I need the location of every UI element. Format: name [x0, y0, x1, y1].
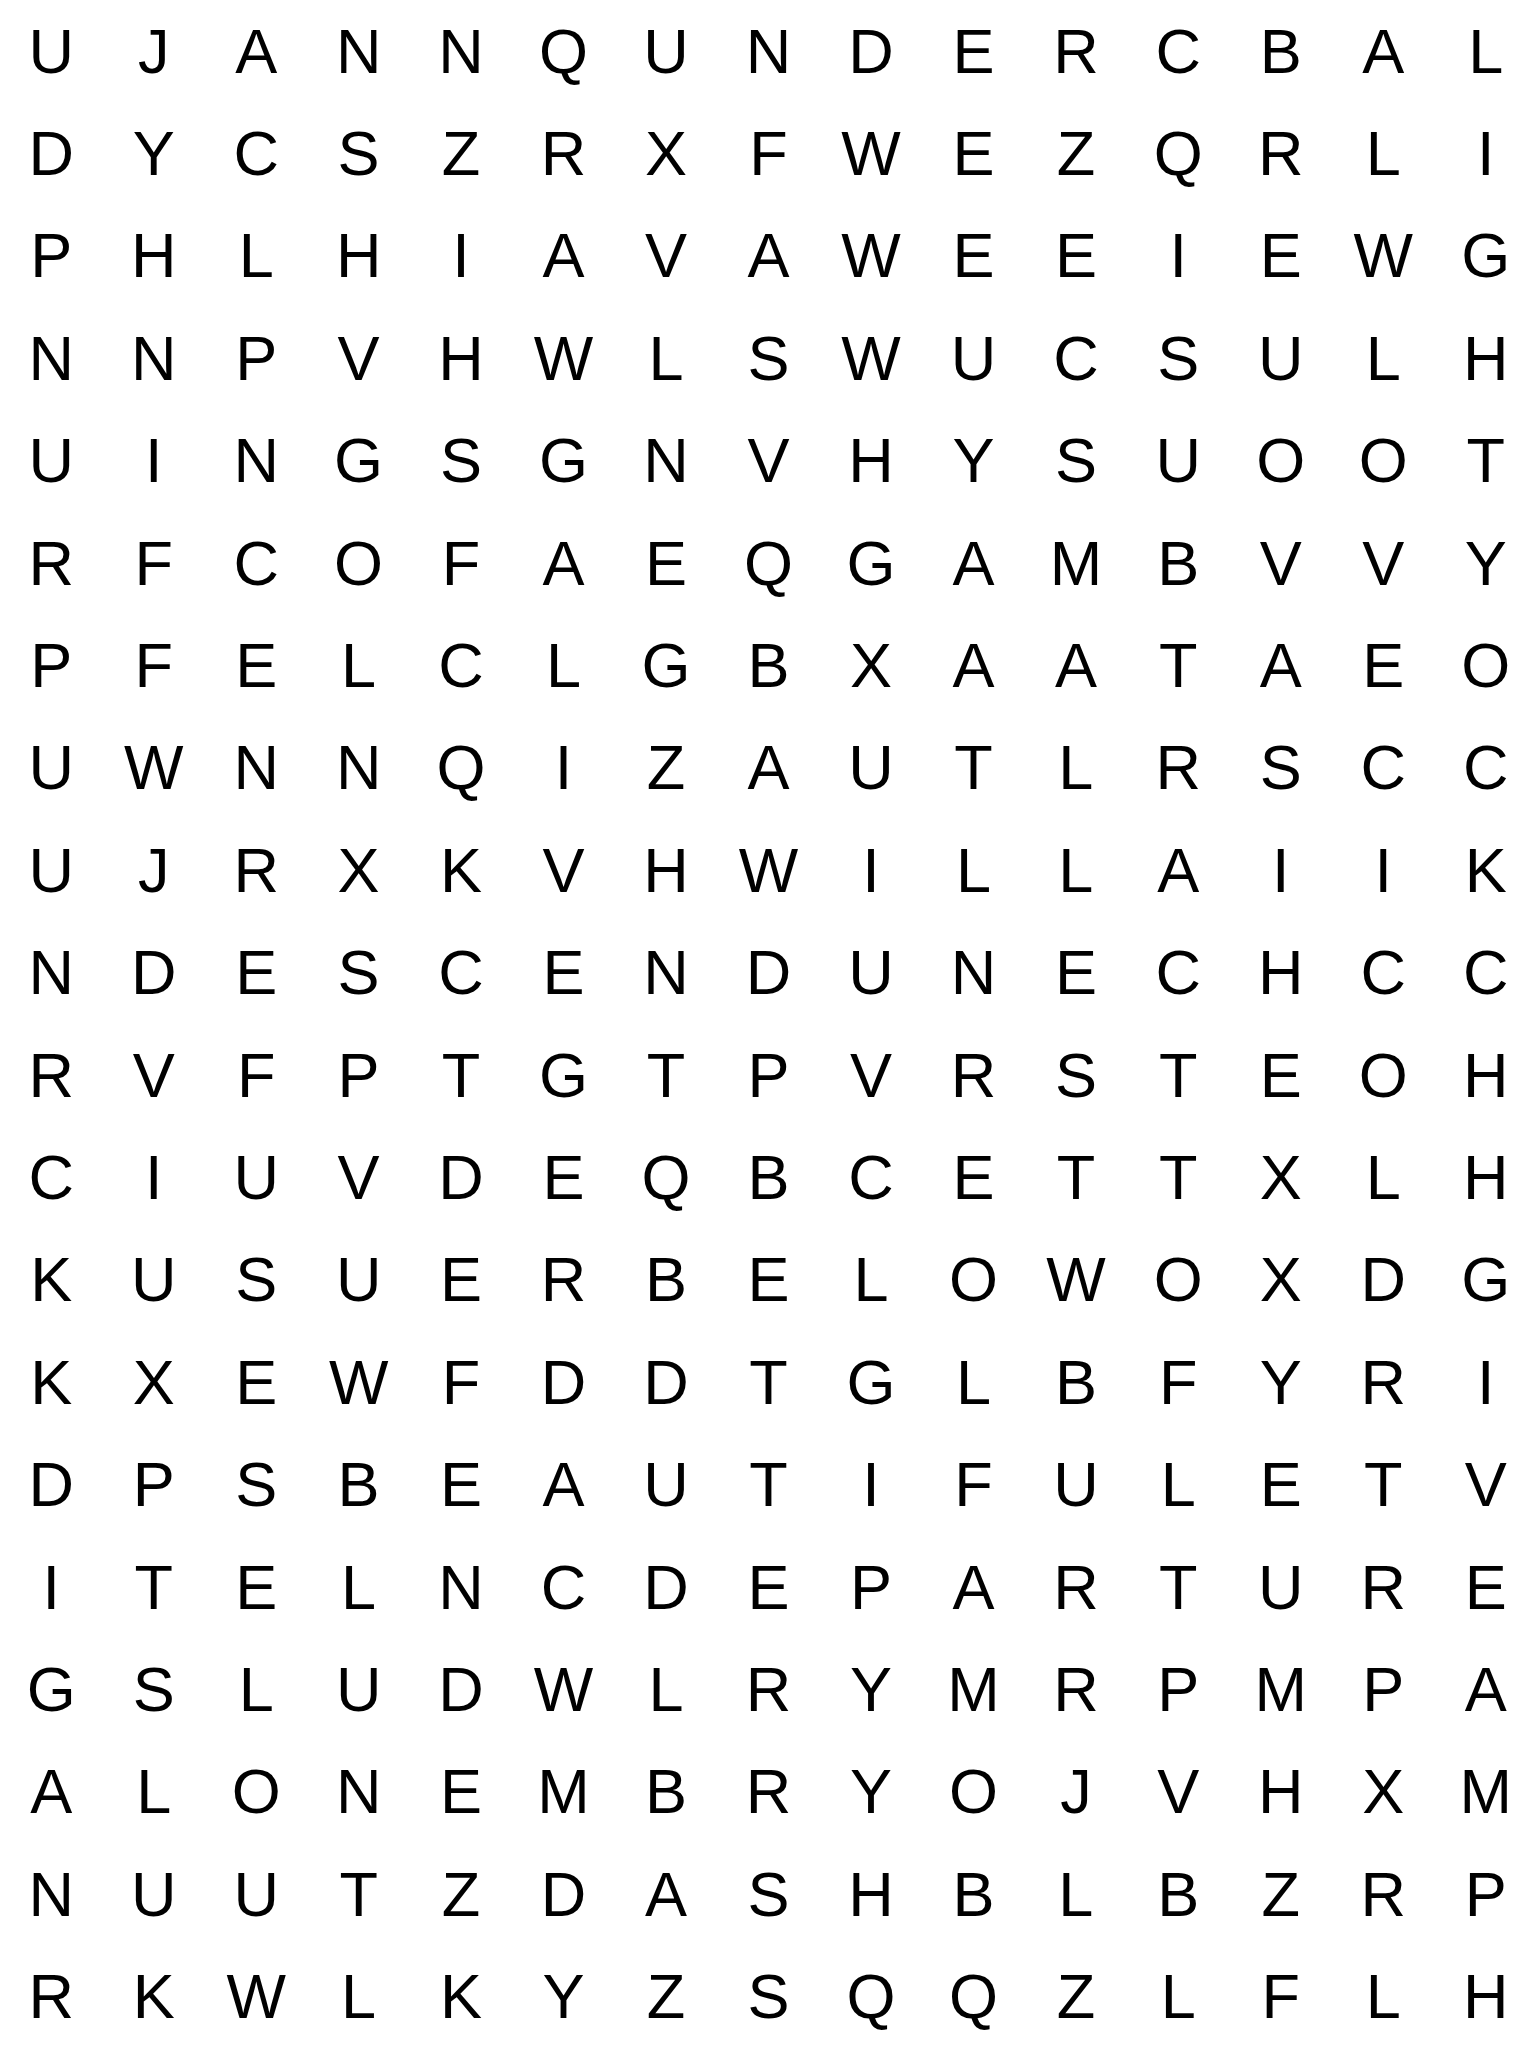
grid-cell[interactable]: E — [1230, 1024, 1332, 1126]
grid-cell[interactable]: W — [717, 819, 819, 921]
grid-cell[interactable]: X — [102, 1331, 204, 1433]
grid-cell[interactable]: F — [205, 1024, 307, 1126]
grid-cell[interactable]: A — [1127, 819, 1229, 921]
grid-cell[interactable]: U — [615, 0, 717, 102]
grid-cell[interactable]: Z — [615, 717, 717, 819]
grid-cell[interactable]: N — [0, 922, 102, 1024]
grid-cell[interactable]: E — [1025, 205, 1127, 307]
grid-cell[interactable]: R — [512, 1229, 614, 1331]
grid-cell[interactable]: V — [102, 1024, 204, 1126]
grid-cell[interactable]: T — [1435, 410, 1537, 512]
grid-cell[interactable]: G — [820, 1331, 922, 1433]
grid-cell[interactable]: F — [1230, 1946, 1332, 2048]
grid-cell[interactable]: Z — [1230, 1843, 1332, 1945]
grid-cell[interactable]: C — [1127, 922, 1229, 1024]
grid-cell[interactable]: T — [922, 717, 1024, 819]
grid-cell[interactable]: L — [1127, 1434, 1229, 1536]
grid-cell[interactable]: L — [205, 205, 307, 307]
grid-cell[interactable]: N — [717, 0, 819, 102]
grid-cell[interactable]: X — [615, 102, 717, 204]
grid-cell[interactable]: T — [1127, 1024, 1229, 1126]
grid-cell[interactable]: O — [307, 512, 409, 614]
grid-cell[interactable]: O — [205, 1741, 307, 1843]
grid-cell[interactable]: S — [307, 922, 409, 1024]
grid-cell[interactable]: R — [0, 1946, 102, 2048]
grid-cell[interactable]: V — [1127, 1741, 1229, 1843]
grid-cell[interactable]: D — [410, 1638, 512, 1740]
grid-cell[interactable]: I — [102, 410, 204, 512]
grid-cell[interactable]: N — [0, 1843, 102, 1945]
grid-cell[interactable]: Z — [1025, 1946, 1127, 2048]
grid-cell[interactable]: B — [307, 1434, 409, 1536]
grid-cell[interactable]: V — [307, 307, 409, 409]
grid-cell[interactable]: A — [1332, 0, 1434, 102]
grid-cell[interactable]: O — [1435, 614, 1537, 716]
grid-cell[interactable]: K — [102, 1946, 204, 2048]
grid-cell[interactable]: H — [1230, 1741, 1332, 1843]
grid-cell[interactable]: W — [1332, 205, 1434, 307]
grid-cell[interactable]: D — [717, 922, 819, 1024]
grid-cell[interactable]: S — [307, 102, 409, 204]
grid-cell[interactable]: D — [615, 1536, 717, 1638]
grid-cell[interactable]: U — [1230, 1536, 1332, 1638]
grid-cell[interactable]: R — [0, 1024, 102, 1126]
grid-cell[interactable]: B — [615, 1229, 717, 1331]
grid-cell[interactable]: P — [0, 205, 102, 307]
grid-cell[interactable]: S — [1230, 717, 1332, 819]
grid-cell[interactable]: K — [0, 1331, 102, 1433]
grid-cell[interactable]: Y — [922, 410, 1024, 512]
grid-cell[interactable]: H — [1435, 1024, 1537, 1126]
grid-cell[interactable]: S — [205, 1434, 307, 1536]
grid-cell[interactable]: U — [1025, 1434, 1127, 1536]
grid-cell[interactable]: C — [1127, 0, 1229, 102]
grid-cell[interactable]: C — [820, 1126, 922, 1228]
grid-cell[interactable]: E — [410, 1229, 512, 1331]
grid-cell[interactable]: S — [717, 307, 819, 409]
grid-cell[interactable]: L — [307, 1946, 409, 2048]
grid-cell[interactable]: N — [102, 307, 204, 409]
grid-cell[interactable]: O — [1230, 410, 1332, 512]
grid-cell[interactable]: S — [717, 1843, 819, 1945]
grid-cell[interactable]: K — [1435, 819, 1537, 921]
grid-cell[interactable]: H — [1230, 922, 1332, 1024]
grid-cell[interactable]: T — [717, 1434, 819, 1536]
grid-cell[interactable]: H — [307, 205, 409, 307]
grid-cell[interactable]: E — [615, 512, 717, 614]
grid-cell[interactable]: L — [512, 614, 614, 716]
grid-cell[interactable]: L — [1332, 102, 1434, 204]
grid-cell[interactable]: A — [1435, 1638, 1537, 1740]
grid-cell[interactable]: R — [1025, 1638, 1127, 1740]
grid-cell[interactable]: N — [205, 410, 307, 512]
grid-cell[interactable]: H — [410, 307, 512, 409]
grid-cell[interactable]: C — [512, 1536, 614, 1638]
grid-cell[interactable]: J — [102, 0, 204, 102]
grid-cell[interactable]: Q — [717, 512, 819, 614]
grid-cell[interactable]: P — [717, 1024, 819, 1126]
grid-cell[interactable]: M — [1025, 512, 1127, 614]
grid-cell[interactable]: A — [922, 1536, 1024, 1638]
grid-cell[interactable]: E — [1435, 1536, 1537, 1638]
grid-cell[interactable]: L — [820, 1229, 922, 1331]
grid-cell[interactable]: N — [410, 1536, 512, 1638]
grid-cell[interactable]: F — [102, 512, 204, 614]
grid-cell[interactable]: U — [820, 717, 922, 819]
grid-cell[interactable]: U — [0, 0, 102, 102]
grid-cell[interactable]: L — [615, 1638, 717, 1740]
grid-cell[interactable]: O — [1332, 1024, 1434, 1126]
grid-cell[interactable]: T — [1127, 614, 1229, 716]
grid-cell[interactable]: J — [1025, 1741, 1127, 1843]
grid-cell[interactable]: A — [615, 1843, 717, 1945]
grid-cell[interactable]: D — [1332, 1229, 1434, 1331]
grid-cell[interactable]: V — [820, 1024, 922, 1126]
grid-cell[interactable]: U — [307, 1229, 409, 1331]
grid-cell[interactable]: E — [922, 205, 1024, 307]
grid-cell[interactable]: I — [0, 1536, 102, 1638]
grid-cell[interactable]: K — [410, 819, 512, 921]
grid-cell[interactable]: E — [1230, 205, 1332, 307]
grid-cell[interactable]: D — [615, 1331, 717, 1433]
grid-cell[interactable]: G — [307, 410, 409, 512]
grid-cell[interactable]: P — [1127, 1638, 1229, 1740]
grid-cell[interactable]: R — [1025, 1536, 1127, 1638]
grid-cell[interactable]: Q — [410, 717, 512, 819]
grid-cell[interactable]: D — [0, 1434, 102, 1536]
grid-cell[interactable]: Y — [512, 1946, 614, 2048]
grid-cell[interactable]: H — [820, 410, 922, 512]
grid-cell[interactable]: E — [717, 1536, 819, 1638]
grid-cell[interactable]: P — [0, 614, 102, 716]
grid-cell[interactable]: T — [1127, 1126, 1229, 1228]
grid-cell[interactable]: P — [307, 1024, 409, 1126]
grid-cell[interactable]: X — [1230, 1229, 1332, 1331]
grid-cell[interactable]: A — [922, 512, 1024, 614]
grid-cell[interactable]: T — [615, 1024, 717, 1126]
grid-cell[interactable]: V — [1230, 512, 1332, 614]
grid-cell[interactable]: U — [102, 1843, 204, 1945]
grid-cell[interactable]: G — [1435, 205, 1537, 307]
grid-cell[interactable]: U — [820, 922, 922, 1024]
grid-cell[interactable]: S — [410, 410, 512, 512]
grid-cell[interactable]: B — [922, 1843, 1024, 1945]
grid-cell[interactable]: R — [717, 1638, 819, 1740]
grid-cell[interactable]: L — [615, 307, 717, 409]
grid-cell[interactable]: W — [102, 717, 204, 819]
grid-cell[interactable]: F — [717, 102, 819, 204]
grid-cell[interactable]: M — [1230, 1638, 1332, 1740]
grid-cell[interactable]: C — [410, 614, 512, 716]
grid-cell[interactable]: L — [205, 1638, 307, 1740]
grid-cell[interactable]: W — [820, 102, 922, 204]
grid-cell[interactable]: E — [205, 1536, 307, 1638]
grid-cell[interactable]: I — [1127, 205, 1229, 307]
grid-cell[interactable]: I — [1435, 102, 1537, 204]
grid-cell[interactable]: L — [1025, 1843, 1127, 1945]
grid-cell[interactable]: B — [717, 1126, 819, 1228]
grid-cell[interactable]: R — [1332, 1331, 1434, 1433]
grid-cell[interactable]: Q — [820, 1946, 922, 2048]
grid-cell[interactable]: F — [102, 614, 204, 716]
grid-cell[interactable]: U — [205, 1126, 307, 1228]
grid-cell[interactable]: B — [1127, 1843, 1229, 1945]
grid-cell[interactable]: Z — [615, 1946, 717, 2048]
grid-cell[interactable]: R — [1332, 1843, 1434, 1945]
grid-cell[interactable]: N — [307, 717, 409, 819]
grid-cell[interactable]: T — [307, 1843, 409, 1945]
grid-cell[interactable]: L — [922, 819, 1024, 921]
grid-cell[interactable]: C — [1435, 717, 1537, 819]
grid-cell[interactable]: U — [102, 1229, 204, 1331]
grid-cell[interactable]: C — [1025, 307, 1127, 409]
grid-cell[interactable]: V — [615, 205, 717, 307]
grid-cell[interactable]: N — [307, 0, 409, 102]
grid-cell[interactable]: W — [512, 1638, 614, 1740]
grid-cell[interactable]: N — [615, 922, 717, 1024]
grid-cell[interactable]: D — [512, 1331, 614, 1433]
grid-cell[interactable]: C — [410, 922, 512, 1024]
grid-cell[interactable]: O — [922, 1229, 1024, 1331]
grid-cell[interactable]: W — [820, 205, 922, 307]
grid-cell[interactable]: R — [205, 819, 307, 921]
grid-cell[interactable]: E — [1332, 614, 1434, 716]
grid-cell[interactable]: M — [1435, 1741, 1537, 1843]
grid-cell[interactable]: Q — [615, 1126, 717, 1228]
grid-cell[interactable]: I — [410, 205, 512, 307]
grid-cell[interactable]: L — [1025, 819, 1127, 921]
grid-cell[interactable]: W — [205, 1946, 307, 2048]
grid-cell[interactable]: T — [717, 1331, 819, 1433]
grid-cell[interactable]: H — [1435, 307, 1537, 409]
grid-cell[interactable]: V — [717, 410, 819, 512]
grid-cell[interactable]: T — [1332, 1434, 1434, 1536]
grid-cell[interactable]: G — [1435, 1229, 1537, 1331]
grid-cell[interactable]: B — [717, 614, 819, 716]
grid-cell[interactable]: I — [820, 819, 922, 921]
grid-cell[interactable]: A — [1230, 614, 1332, 716]
grid-cell[interactable]: O — [1332, 410, 1434, 512]
grid-cell[interactable]: N — [410, 0, 512, 102]
grid-cell[interactable]: I — [512, 717, 614, 819]
grid-cell[interactable]: F — [1127, 1331, 1229, 1433]
grid-cell[interactable]: C — [1332, 922, 1434, 1024]
grid-cell[interactable]: U — [307, 1638, 409, 1740]
grid-cell[interactable]: S — [205, 1229, 307, 1331]
grid-cell[interactable]: N — [307, 1741, 409, 1843]
grid-cell[interactable]: T — [1025, 1126, 1127, 1228]
grid-cell[interactable]: T — [1127, 1536, 1229, 1638]
grid-cell[interactable]: E — [205, 1331, 307, 1433]
grid-cell[interactable]: Y — [1230, 1331, 1332, 1433]
grid-cell[interactable]: K — [0, 1229, 102, 1331]
grid-cell[interactable]: L — [102, 1741, 204, 1843]
grid-cell[interactable]: H — [615, 819, 717, 921]
grid-cell[interactable]: L — [922, 1331, 1024, 1433]
grid-cell[interactable]: Q — [1127, 102, 1229, 204]
grid-cell[interactable]: Y — [820, 1741, 922, 1843]
grid-cell[interactable]: L — [307, 1536, 409, 1638]
grid-cell[interactable]: L — [1127, 1946, 1229, 2048]
grid-cell[interactable]: U — [615, 1434, 717, 1536]
grid-cell[interactable]: W — [512, 307, 614, 409]
grid-cell[interactable]: Q — [922, 1946, 1024, 2048]
grid-cell[interactable]: W — [1025, 1229, 1127, 1331]
grid-cell[interactable]: S — [1025, 410, 1127, 512]
grid-cell[interactable]: E — [512, 922, 614, 1024]
grid-cell[interactable]: R — [1230, 102, 1332, 204]
grid-cell[interactable]: N — [922, 922, 1024, 1024]
grid-cell[interactable]: N — [615, 410, 717, 512]
grid-cell[interactable]: Y — [820, 1638, 922, 1740]
grid-cell[interactable]: F — [410, 512, 512, 614]
grid-cell[interactable]: C — [1332, 717, 1434, 819]
grid-cell[interactable]: D — [102, 922, 204, 1024]
grid-cell[interactable]: X — [307, 819, 409, 921]
grid-cell[interactable]: D — [820, 0, 922, 102]
grid-cell[interactable]: E — [205, 922, 307, 1024]
grid-cell[interactable]: D — [512, 1843, 614, 1945]
grid-cell[interactable]: J — [102, 819, 204, 921]
grid-cell[interactable]: L — [1332, 1946, 1434, 2048]
grid-cell[interactable]: L — [307, 614, 409, 716]
grid-cell[interactable]: E — [922, 0, 1024, 102]
grid-cell[interactable]: E — [205, 614, 307, 716]
grid-cell[interactable]: V — [1332, 512, 1434, 614]
grid-cell[interactable]: S — [1127, 307, 1229, 409]
grid-cell[interactable]: T — [102, 1536, 204, 1638]
grid-cell[interactable]: X — [1332, 1741, 1434, 1843]
grid-cell[interactable]: E — [410, 1741, 512, 1843]
grid-cell[interactable]: B — [615, 1741, 717, 1843]
grid-cell[interactable]: G — [820, 512, 922, 614]
grid-cell[interactable]: N — [205, 717, 307, 819]
grid-cell[interactable]: F — [410, 1331, 512, 1433]
grid-cell[interactable]: T — [410, 1024, 512, 1126]
grid-cell[interactable]: H — [102, 205, 204, 307]
grid-cell[interactable]: E — [410, 1434, 512, 1536]
grid-cell[interactable]: G — [512, 410, 614, 512]
grid-cell[interactable]: U — [0, 819, 102, 921]
grid-cell[interactable]: I — [1435, 1331, 1537, 1433]
grid-cell[interactable]: R — [1127, 717, 1229, 819]
grid-cell[interactable]: U — [0, 717, 102, 819]
grid-cell[interactable]: R — [1332, 1536, 1434, 1638]
grid-cell[interactable]: V — [512, 819, 614, 921]
grid-cell[interactable]: A — [0, 1741, 102, 1843]
grid-cell[interactable]: I — [1230, 819, 1332, 921]
grid-cell[interactable]: R — [512, 102, 614, 204]
grid-cell[interactable]: V — [1435, 1434, 1537, 1536]
grid-cell[interactable]: R — [922, 1024, 1024, 1126]
grid-cell[interactable]: S — [717, 1946, 819, 2048]
grid-cell[interactable]: Y — [1435, 512, 1537, 614]
grid-cell[interactable]: B — [1127, 512, 1229, 614]
grid-cell[interactable]: F — [922, 1434, 1024, 1536]
grid-cell[interactable]: N — [0, 307, 102, 409]
grid-cell[interactable]: U — [1127, 410, 1229, 512]
grid-cell[interactable]: O — [922, 1741, 1024, 1843]
grid-cell[interactable]: O — [1127, 1229, 1229, 1331]
grid-cell[interactable]: P — [1332, 1638, 1434, 1740]
grid-cell[interactable]: X — [1230, 1126, 1332, 1228]
grid-cell[interactable]: D — [410, 1126, 512, 1228]
grid-cell[interactable]: C — [0, 1126, 102, 1228]
grid-cell[interactable]: A — [512, 1434, 614, 1536]
grid-cell[interactable]: E — [512, 1126, 614, 1228]
grid-cell[interactable]: G — [0, 1638, 102, 1740]
grid-cell[interactable]: Y — [102, 102, 204, 204]
grid-cell[interactable]: V — [307, 1126, 409, 1228]
grid-cell[interactable]: E — [1230, 1434, 1332, 1536]
grid-cell[interactable]: H — [1435, 1946, 1537, 2048]
grid-cell[interactable]: R — [0, 512, 102, 614]
grid-cell[interactable]: W — [307, 1331, 409, 1433]
grid-cell[interactable]: E — [717, 1229, 819, 1331]
grid-cell[interactable]: P — [205, 307, 307, 409]
grid-cell[interactable]: C — [1435, 922, 1537, 1024]
grid-cell[interactable]: I — [102, 1126, 204, 1228]
grid-cell[interactable]: B — [1230, 0, 1332, 102]
grid-cell[interactable]: G — [615, 614, 717, 716]
grid-cell[interactable]: S — [1025, 1024, 1127, 1126]
grid-cell[interactable]: A — [205, 0, 307, 102]
grid-cell[interactable]: E — [922, 102, 1024, 204]
grid-cell[interactable]: U — [1230, 307, 1332, 409]
grid-cell[interactable]: U — [0, 410, 102, 512]
grid-cell[interactable]: Z — [410, 102, 512, 204]
grid-cell[interactable]: A — [1025, 614, 1127, 716]
grid-cell[interactable]: I — [1332, 819, 1434, 921]
grid-cell[interactable]: P — [1435, 1843, 1537, 1945]
grid-cell[interactable]: H — [820, 1843, 922, 1945]
grid-cell[interactable]: A — [512, 205, 614, 307]
grid-cell[interactable]: L — [1025, 717, 1127, 819]
grid-cell[interactable]: A — [512, 512, 614, 614]
grid-cell[interactable]: K — [410, 1946, 512, 2048]
grid-cell[interactable]: P — [102, 1434, 204, 1536]
grid-cell[interactable]: S — [102, 1638, 204, 1740]
grid-cell[interactable]: U — [205, 1843, 307, 1945]
grid-cell[interactable]: Q — [512, 0, 614, 102]
grid-cell[interactable]: M — [512, 1741, 614, 1843]
grid-cell[interactable]: C — [205, 512, 307, 614]
grid-cell[interactable]: I — [820, 1434, 922, 1536]
grid-cell[interactable]: B — [1025, 1331, 1127, 1433]
grid-cell[interactable]: E — [1025, 922, 1127, 1024]
grid-cell[interactable]: A — [922, 614, 1024, 716]
grid-cell[interactable]: E — [922, 1126, 1024, 1228]
grid-cell[interactable]: Z — [410, 1843, 512, 1945]
grid-cell[interactable]: R — [717, 1741, 819, 1843]
grid-cell[interactable]: H — [1435, 1126, 1537, 1228]
grid-cell[interactable]: C — [205, 102, 307, 204]
grid-cell[interactable]: D — [0, 102, 102, 204]
grid-cell[interactable]: R — [1025, 0, 1127, 102]
grid-cell[interactable]: L — [1435, 0, 1537, 102]
grid-cell[interactable]: Z — [1025, 102, 1127, 204]
grid-cell[interactable]: M — [922, 1638, 1024, 1740]
grid-cell[interactable]: G — [512, 1024, 614, 1126]
grid-cell[interactable]: L — [1332, 307, 1434, 409]
grid-cell[interactable]: P — [820, 1536, 922, 1638]
grid-cell[interactable]: U — [922, 307, 1024, 409]
grid-cell[interactable]: X — [820, 614, 922, 716]
grid-cell[interactable]: W — [820, 307, 922, 409]
grid-cell[interactable]: A — [717, 205, 819, 307]
grid-cell[interactable]: A — [717, 717, 819, 819]
grid-cell[interactable]: L — [1332, 1126, 1434, 1228]
